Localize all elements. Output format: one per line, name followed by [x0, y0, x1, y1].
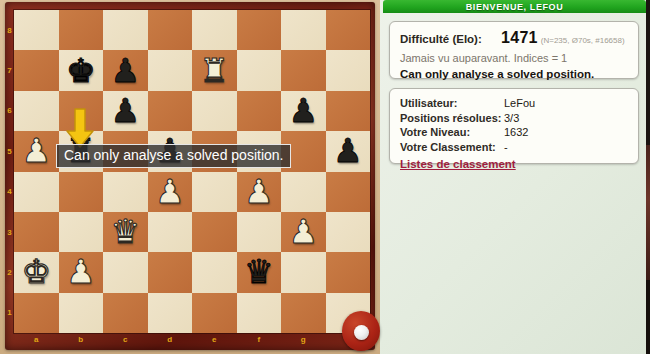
rank-label-4: 4 — [5, 172, 14, 212]
white-pawn[interactable]: ♟ — [244, 172, 274, 212]
window-edge-strip — [646, 0, 650, 354]
file-labels: abcdefgh — [14, 335, 370, 349]
square-c4[interactable] — [103, 172, 148, 212]
square-h4[interactable] — [326, 172, 371, 212]
square-c3[interactable]: ♛ — [103, 212, 148, 252]
square-h5[interactable]: ♟ — [326, 131, 371, 171]
ranking-value: - — [504, 140, 508, 155]
solved-row: Positions résolues: 3/3 — [400, 111, 628, 126]
square-e3[interactable] — [192, 212, 237, 252]
square-g7[interactable] — [281, 50, 326, 90]
level-value: 1632 — [504, 125, 528, 140]
difficulty-label: Difficulté (Elo): — [400, 33, 501, 45]
white-pawn[interactable]: ♟ — [21, 131, 51, 171]
square-b1[interactable] — [59, 293, 104, 333]
level-row: Votre Niveau: 1632 — [400, 125, 628, 140]
square-f6[interactable] — [237, 91, 282, 131]
square-d6[interactable] — [148, 91, 193, 131]
rank-label-6: 6 — [5, 91, 14, 131]
square-e7[interactable]: ♜ — [192, 50, 237, 90]
square-b4[interactable] — [59, 172, 104, 212]
square-b3[interactable] — [59, 212, 104, 252]
square-e8[interactable] — [192, 10, 237, 50]
white-pawn[interactable]: ♟ — [155, 172, 185, 212]
hint-arrow-icon — [65, 108, 95, 148]
square-b2[interactable]: ♟ — [59, 252, 104, 292]
square-a5[interactable]: ♟ — [14, 131, 59, 171]
square-e6[interactable] — [192, 91, 237, 131]
user-value: LeFou — [504, 96, 535, 111]
black-queen[interactable]: ♛ — [244, 252, 274, 292]
white-rook[interactable]: ♜ — [199, 51, 229, 91]
square-g3[interactable]: ♟ — [281, 212, 326, 252]
square-f3[interactable] — [237, 212, 282, 252]
square-a2[interactable]: ♚ — [14, 252, 59, 292]
board-region: ♚♟♜♟♟♟♜♟♟♟♟♛♟♚♟♛ 87654321 abcdefgh Can o… — [0, 0, 380, 354]
square-c6[interactable]: ♟ — [103, 91, 148, 131]
file-label-g: g — [281, 335, 326, 349]
square-d2[interactable] — [148, 252, 193, 292]
square-g6[interactable]: ♟ — [281, 91, 326, 131]
square-d8[interactable] — [148, 10, 193, 50]
solved-value: 3/3 — [504, 111, 519, 126]
square-g1[interactable] — [281, 293, 326, 333]
welcome-banner: BIENVENUE, LEFOU — [383, 0, 646, 13]
square-h7[interactable] — [326, 50, 371, 90]
rank-label-5: 5 — [5, 131, 14, 171]
rank-label-2: 2 — [5, 252, 14, 292]
rank-labels: 87654321 — [5, 10, 14, 333]
black-pawn[interactable]: ♟ — [110, 91, 140, 131]
square-a3[interactable] — [14, 212, 59, 252]
square-f1[interactable] — [237, 293, 282, 333]
square-a6[interactable] — [14, 91, 59, 131]
square-h6[interactable] — [326, 91, 371, 131]
white-pawn[interactable]: ♟ — [288, 212, 318, 252]
rank-label-1: 1 — [5, 293, 14, 333]
difficulty-value: 1471 — [501, 29, 538, 46]
rank-label-8: 8 — [5, 10, 14, 50]
seen-before-note: Jamais vu auparavant. Indices = 1 — [400, 52, 628, 64]
app-window: ♚♟♜♟♟♟♜♟♟♟♟♛♟♚♟♛ 87654321 abcdefgh Can o… — [0, 0, 650, 354]
white-pawn[interactable]: ♟ — [66, 252, 96, 292]
square-c8[interactable] — [103, 10, 148, 50]
black-pawn[interactable]: ♟ — [288, 91, 318, 131]
ranking-lists-link[interactable]: Listes de classement — [400, 158, 516, 170]
square-c7[interactable]: ♟ — [103, 50, 148, 90]
square-f2[interactable]: ♛ — [237, 252, 282, 292]
file-label-c: c — [103, 335, 148, 349]
square-c1[interactable] — [103, 293, 148, 333]
white-queen[interactable]: ♛ — [110, 212, 140, 252]
level-label: Votre Niveau: — [400, 125, 504, 140]
square-a8[interactable] — [14, 10, 59, 50]
square-h2[interactable] — [326, 252, 371, 292]
square-d4[interactable]: ♟ — [148, 172, 193, 212]
file-label-e: e — [192, 335, 237, 349]
user-row: Utilisateur: LeFou — [400, 96, 628, 111]
black-pawn[interactable]: ♟ — [110, 51, 140, 91]
rank-label-3: 3 — [5, 212, 14, 252]
white-king[interactable]: ♚ — [21, 252, 51, 292]
square-d1[interactable] — [148, 293, 193, 333]
user-stats-card: Utilisateur: LeFou Positions résolues: 3… — [389, 88, 639, 164]
square-a7[interactable] — [14, 50, 59, 90]
file-label-f: f — [237, 335, 282, 349]
square-f8[interactable] — [237, 10, 282, 50]
user-label: Utilisateur: — [400, 96, 504, 111]
difficulty-card: Difficulté (Elo): 1471(N=235, Ø70s, #166… — [389, 21, 639, 79]
square-a4[interactable] — [14, 172, 59, 212]
square-a1[interactable] — [14, 293, 59, 333]
square-d7[interactable] — [148, 50, 193, 90]
square-f7[interactable] — [237, 50, 282, 90]
solved-only-message: Can only analyse a solved position. — [400, 68, 628, 80]
square-c2[interactable] — [103, 252, 148, 292]
square-f4[interactable]: ♟ — [237, 172, 282, 212]
file-label-b: b — [59, 335, 104, 349]
edge-dark-segment — [646, 280, 650, 354]
file-label-d: d — [148, 335, 193, 349]
square-h8[interactable] — [326, 10, 371, 50]
chess-board[interactable]: ♚♟♜♟♟♟♜♟♟♟♟♛♟♚♟♛ — [14, 10, 370, 333]
black-king[interactable]: ♚ — [66, 51, 96, 91]
square-e4[interactable] — [192, 172, 237, 212]
square-b7[interactable]: ♚ — [59, 50, 104, 90]
square-h3[interactable] — [326, 212, 371, 252]
square-d3[interactable] — [148, 212, 193, 252]
square-b8[interactable] — [59, 10, 104, 50]
difficulty-meta: (N=235, Ø70s, #16658) — [541, 36, 625, 45]
white-to-move-ball-icon — [354, 325, 369, 340]
ranking-row: Votre Classement: - — [400, 140, 628, 155]
sidebar: BIENVENUE, LEFOU Difficulté (Elo): 1471(… — [380, 0, 646, 354]
file-label-a: a — [14, 335, 59, 349]
rank-label-7: 7 — [5, 50, 14, 90]
square-g4[interactable] — [281, 172, 326, 212]
black-pawn[interactable]: ♟ — [333, 131, 363, 171]
square-g8[interactable] — [281, 10, 326, 50]
board-tooltip: Can only analyse a solved position. — [56, 144, 291, 168]
square-g2[interactable] — [281, 252, 326, 292]
solved-label: Positions résolues: — [400, 111, 504, 126]
square-e2[interactable] — [192, 252, 237, 292]
ranking-label: Votre Classement: — [400, 140, 504, 155]
square-e1[interactable] — [192, 293, 237, 333]
edge-wood-segment — [646, 145, 650, 280]
